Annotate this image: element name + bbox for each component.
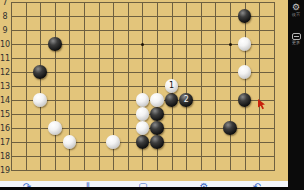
row-coordinate-label: 16 — [0, 124, 10, 133]
white-stone — [150, 93, 164, 107]
black-stone — [33, 65, 47, 79]
panel-icon — [292, 33, 301, 40]
right-sidebar: ⚙ 设置 更多 — [288, 0, 304, 190]
row-coordinate-label: 9 — [0, 26, 10, 35]
screen: 7891011121314151617181921 ↷∥▢⚙↶ ⚙ 设置 更多 — [0, 0, 304, 190]
black-stone — [150, 121, 164, 135]
white-stone — [238, 37, 252, 51]
black-stone — [150, 135, 164, 149]
black-stone — [238, 9, 252, 23]
row-coordinate-label: 13 — [0, 82, 10, 91]
white-stone — [48, 121, 62, 135]
star-point — [141, 43, 144, 46]
black-stone — [136, 135, 150, 149]
black-stone — [48, 37, 62, 51]
grid-line-horizontal — [11, 72, 275, 73]
white-stone — [106, 135, 120, 149]
sidebar-item-settings[interactable]: ⚙ 设置 — [290, 2, 302, 19]
grid-line-horizontal — [11, 2, 275, 3]
row-coordinate-label: 17 — [0, 138, 10, 147]
row-coordinate-label: 8 — [0, 12, 10, 21]
row-coordinate-label: 11 — [0, 54, 10, 63]
white-stone — [63, 135, 77, 149]
grid-line-horizontal — [11, 30, 275, 31]
grid-line-horizontal — [11, 16, 275, 17]
row-coordinate-label: 10 — [0, 40, 10, 49]
move-number-label: 2 — [184, 96, 189, 104]
black-stone — [238, 93, 252, 107]
black-stone — [150, 107, 164, 121]
row-coordinate-label: 18 — [0, 152, 10, 161]
gear-icon: ⚙ — [292, 2, 300, 12]
more-label: 更多 — [292, 40, 301, 45]
grid-line-horizontal — [11, 86, 275, 87]
white-stone — [136, 121, 150, 135]
move-number-label: 1 — [169, 82, 174, 90]
grid-line-horizontal — [11, 58, 275, 59]
white-stone — [33, 93, 47, 107]
grid-line-horizontal — [11, 170, 275, 171]
row-coordinate-label: 15 — [0, 110, 10, 119]
star-point — [229, 43, 232, 46]
sidebar-item-more[interactable]: 更多 — [290, 33, 302, 47]
go-board[interactable]: 7891011121314151617181921 — [0, 0, 288, 181]
white-stone — [238, 65, 252, 79]
grid-line-horizontal — [11, 156, 275, 157]
row-coordinate-label: 19 — [0, 166, 10, 175]
white-stone — [136, 93, 150, 107]
black-stone: 2 — [179, 93, 193, 107]
black-stone — [165, 93, 179, 107]
row-coordinate-label: 12 — [0, 68, 10, 77]
black-stone — [223, 121, 237, 135]
row-coordinate-label: 14 — [0, 96, 10, 105]
white-stone: 1 — [165, 79, 179, 93]
bottom-black-bar — [0, 187, 304, 190]
white-stone — [136, 107, 150, 121]
row-coordinate-label: 7 — [0, 0, 10, 7]
settings-label: 设置 — [292, 12, 301, 17]
